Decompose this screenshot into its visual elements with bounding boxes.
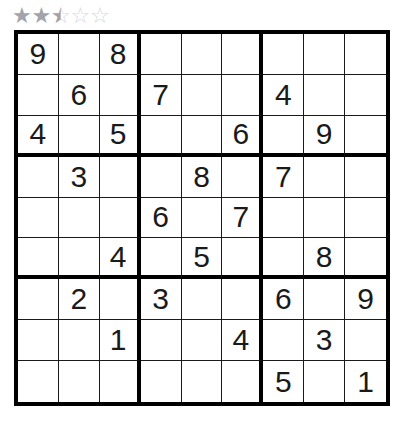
cell-r2c8[interactable] [304, 75, 345, 116]
cell-r4c8[interactable] [304, 157, 345, 198]
cell-r3c3: 5 [100, 116, 141, 157]
cell-r8c4[interactable] [141, 320, 182, 361]
cell-r4c3[interactable] [100, 157, 141, 198]
cell-r1c7[interactable] [263, 34, 304, 75]
cell-r8c8: 3 [304, 320, 345, 361]
cell-r8c3: 1 [100, 320, 141, 361]
cell-r7c2: 2 [59, 279, 100, 320]
cell-r7c4: 3 [141, 279, 182, 320]
cell-r4c6[interactable] [222, 157, 263, 198]
cell-r3c1: 4 [18, 116, 59, 157]
cell-r6c1[interactable] [18, 238, 59, 279]
cell-r7c8[interactable] [304, 279, 345, 320]
cell-r3c4[interactable] [141, 116, 182, 157]
cell-r4c2: 3 [59, 157, 100, 198]
cell-r9c8[interactable] [304, 361, 345, 402]
cell-r6c4[interactable] [141, 238, 182, 279]
cell-r8c1[interactable] [18, 320, 59, 361]
cell-r5c1[interactable] [18, 198, 59, 239]
cell-r1c4[interactable] [141, 34, 182, 75]
cell-r1c6[interactable] [222, 34, 263, 75]
cell-r2c9[interactable] [345, 75, 386, 116]
cell-r2c6[interactable] [222, 75, 263, 116]
cell-r7c3[interactable] [100, 279, 141, 320]
star-outline-icon: ☆ [90, 5, 110, 26]
cell-r6c3: 4 [100, 238, 141, 279]
star-icon: ★ [12, 5, 32, 26]
cell-r8c2[interactable] [59, 320, 100, 361]
cell-r8c6: 4 [222, 320, 263, 361]
cell-r2c3[interactable] [100, 75, 141, 116]
cell-r1c8[interactable] [304, 34, 345, 75]
cell-r3c8: 9 [304, 116, 345, 157]
cell-r6c2[interactable] [59, 238, 100, 279]
cell-r2c7: 4 [263, 75, 304, 116]
cell-r2c2: 6 [59, 75, 100, 116]
cell-r3c6: 6 [222, 116, 263, 157]
cell-r5c6: 7 [222, 198, 263, 239]
cell-r7c1[interactable] [18, 279, 59, 320]
cell-r2c4: 7 [141, 75, 182, 116]
cell-r3c7[interactable] [263, 116, 304, 157]
cell-r1c2[interactable] [59, 34, 100, 75]
cell-r4c7: 7 [263, 157, 304, 198]
cell-r2c5[interactable] [182, 75, 223, 116]
star-outline-icon: ☆ [71, 5, 91, 26]
cell-r3c5[interactable] [182, 116, 223, 157]
cell-r4c4[interactable] [141, 157, 182, 198]
cell-r9c5[interactable] [182, 361, 223, 402]
cell-r9c7: 5 [263, 361, 304, 402]
cell-r4c1[interactable] [18, 157, 59, 198]
cell-r6c9[interactable] [345, 238, 386, 279]
cell-r5c7[interactable] [263, 198, 304, 239]
cell-r7c9: 9 [345, 279, 386, 320]
cell-r2c1[interactable] [18, 75, 59, 116]
cell-r5c9[interactable] [345, 198, 386, 239]
cell-r9c3[interactable] [100, 361, 141, 402]
cell-r7c6[interactable] [222, 279, 263, 320]
cell-r1c3: 8 [100, 34, 141, 75]
cell-r8c7[interactable] [263, 320, 304, 361]
cell-r8c5[interactable] [182, 320, 223, 361]
cell-r6c8: 8 [304, 238, 345, 279]
cell-r7c7: 6 [263, 279, 304, 320]
cell-r4c9[interactable] [345, 157, 386, 198]
cell-r7c5[interactable] [182, 279, 223, 320]
cell-r3c9[interactable] [345, 116, 386, 157]
cell-r6c6[interactable] [222, 238, 263, 279]
star-icon: ★ [32, 5, 52, 26]
sudoku-board: 98674456938767458236914351 [14, 30, 390, 406]
cell-r6c7[interactable] [263, 238, 304, 279]
half-star-icon: ☆★ [51, 5, 71, 26]
cell-r5c5[interactable] [182, 198, 223, 239]
cell-r1c5[interactable] [182, 34, 223, 75]
cell-r1c1: 9 [18, 34, 59, 75]
cell-r1c9[interactable] [345, 34, 386, 75]
cell-r5c3[interactable] [100, 198, 141, 239]
cell-r5c8[interactable] [304, 198, 345, 239]
cell-r5c4: 6 [141, 198, 182, 239]
cell-r3c2[interactable] [59, 116, 100, 157]
cell-r9c2[interactable] [59, 361, 100, 402]
cell-r8c9[interactable] [345, 320, 386, 361]
cell-r9c6[interactable] [222, 361, 263, 402]
cell-r6c5: 5 [182, 238, 223, 279]
cell-r9c9: 1 [345, 361, 386, 402]
cell-r9c4[interactable] [141, 361, 182, 402]
cell-r5c2[interactable] [59, 198, 100, 239]
difficulty-rating: ★★☆★☆☆ [12, 5, 110, 27]
cell-r4c5: 8 [182, 157, 223, 198]
cell-r9c1[interactable] [18, 361, 59, 402]
